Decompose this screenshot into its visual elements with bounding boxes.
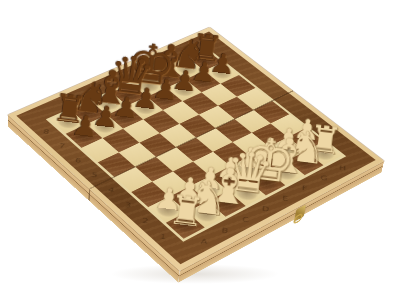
coord-label-rank-6: 6 xyxy=(63,151,93,169)
fold-seam-side xyxy=(88,189,90,202)
board-orientation-wrapper: ♜♟♟♜♞♟♟♞♝♟♟♝♚♟♟♚♛♟♟♛♝♟♟♝♞♟♟♞♜♟♟♜ 8765432… xyxy=(47,0,346,287)
chess-board: ♜♟♟♜♞♟♟♞♝♟♟♝♚♟♟♚♛♟♟♛♝♟♟♝♞♟♟♞♜♟♟♜ 8765432… xyxy=(8,27,384,271)
clasp-ring-icon xyxy=(293,212,303,225)
chess-set-photo: ♜♟♟♜♞♟♟♞♝♟♟♝♚♟♟♚♛♟♟♛♝♟♟♝♞♟♟♞♜♟♟♜ 8765432… xyxy=(0,0,400,292)
board-top-face: ♜♟♟♜♞♟♟♞♝♟♟♝♚♟♟♚♛♟♟♛♝♟♟♝♞♟♟♞♜♟♟♜ 8765432… xyxy=(8,27,384,271)
brass-clasp-icon xyxy=(294,204,306,221)
coord-label-file-A: A xyxy=(191,231,217,253)
coord-label-rank-1: 1 xyxy=(148,227,178,247)
